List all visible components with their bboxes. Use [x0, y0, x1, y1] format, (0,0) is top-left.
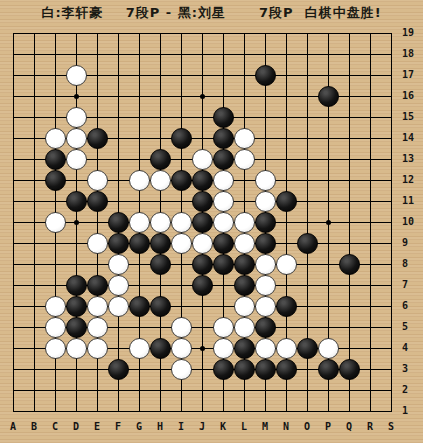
black-stone [213, 128, 234, 149]
white-stone [66, 128, 87, 149]
black-stone [171, 170, 192, 191]
white-stone [87, 317, 108, 338]
black-stone [192, 275, 213, 296]
white-stone [45, 338, 66, 359]
black-stone [66, 317, 87, 338]
black-stone [108, 212, 129, 233]
black-stone [192, 254, 213, 275]
star-point [326, 220, 331, 225]
white-stone [171, 212, 192, 233]
white-stone [255, 338, 276, 359]
black-stone [129, 296, 150, 317]
black-stone [45, 170, 66, 191]
white-stone [213, 191, 234, 212]
white-stone [171, 359, 192, 380]
white-stone [318, 338, 339, 359]
column-label: Q [339, 421, 360, 432]
row-label: 8 [402, 258, 422, 270]
white-stone [171, 233, 192, 254]
row-label: 5 [402, 321, 422, 333]
white-stone [45, 296, 66, 317]
row-label: 7 [402, 279, 422, 291]
black-stone [87, 128, 108, 149]
black-stone [213, 254, 234, 275]
white-stone [255, 254, 276, 275]
black-stone [318, 359, 339, 380]
row-label: 14 [402, 132, 422, 144]
black-stone [276, 359, 297, 380]
black-stone [150, 254, 171, 275]
column-label: C [45, 421, 66, 432]
row-label: 16 [402, 90, 422, 102]
black-stone [150, 149, 171, 170]
white-stone [234, 128, 255, 149]
column-label: P [318, 421, 339, 432]
white-stone [87, 170, 108, 191]
black-stone [339, 254, 360, 275]
column-label: M [255, 421, 276, 432]
white-stone [213, 170, 234, 191]
white-stone [171, 317, 192, 338]
black-stone [108, 359, 129, 380]
black-stone [192, 191, 213, 212]
white-stone [276, 254, 297, 275]
white-stone [192, 149, 213, 170]
white-stone [213, 338, 234, 359]
black-stone [255, 212, 276, 233]
black-stone [66, 191, 87, 212]
black-stone [150, 233, 171, 254]
black-stone [297, 338, 318, 359]
black-stone [192, 170, 213, 191]
row-label: 17 [402, 69, 422, 81]
white-stone [150, 212, 171, 233]
white-stone [66, 338, 87, 359]
white-stone [192, 233, 213, 254]
white-stone [108, 275, 129, 296]
black-stone [339, 359, 360, 380]
column-label: F [108, 421, 129, 432]
black-stone [108, 233, 129, 254]
go-game-viewer: 白:李轩豪 7段P - 黑:刘星 7段P 白棋中盘胜! ABCDEFGHIJKL… [0, 0, 423, 443]
column-label: B [24, 421, 45, 432]
row-label: 11 [402, 195, 422, 207]
column-label: D [66, 421, 87, 432]
white-stone [45, 212, 66, 233]
column-label: N [276, 421, 297, 432]
star-point [74, 94, 79, 99]
column-label: H [150, 421, 171, 432]
black-stone [234, 338, 255, 359]
black-stone [45, 149, 66, 170]
black-stone [276, 191, 297, 212]
row-label: 3 [402, 363, 422, 375]
game-info-header: 白:李轩豪 7段P - 黑:刘星 7段P 白棋中盘胜! [0, 4, 423, 22]
black-stone [87, 191, 108, 212]
black-stone [213, 233, 234, 254]
column-label: R [360, 421, 381, 432]
white-stone [129, 338, 150, 359]
white-stone [234, 149, 255, 170]
black-stone [213, 149, 234, 170]
star-point [200, 94, 205, 99]
black-stone [255, 233, 276, 254]
black-stone [234, 359, 255, 380]
column-label: L [234, 421, 255, 432]
black-stone [192, 212, 213, 233]
column-label: O [297, 421, 318, 432]
row-label: 18 [402, 48, 422, 60]
column-label: G [129, 421, 150, 432]
column-label: A [3, 421, 24, 432]
black-stone [255, 65, 276, 86]
white-stone [150, 170, 171, 191]
white-stone [255, 296, 276, 317]
column-label: K [213, 421, 234, 432]
white-stone [234, 296, 255, 317]
white-stone [45, 317, 66, 338]
star-point [74, 220, 79, 225]
row-label: 4 [402, 342, 422, 354]
white-stone [129, 212, 150, 233]
black-stone [276, 296, 297, 317]
white-stone [66, 149, 87, 170]
row-label: 9 [402, 237, 422, 249]
black-stone [150, 296, 171, 317]
black-stone [297, 233, 318, 254]
white-stone [66, 107, 87, 128]
white-stone [108, 296, 129, 317]
row-label: 10 [402, 216, 422, 228]
white-stone [171, 338, 192, 359]
black-stone [87, 275, 108, 296]
black-stone [66, 296, 87, 317]
black-stone [213, 359, 234, 380]
white-stone [87, 338, 108, 359]
white-stone [234, 233, 255, 254]
white-stone [255, 170, 276, 191]
black-stone [171, 128, 192, 149]
white-stone [45, 128, 66, 149]
row-label: 15 [402, 111, 422, 123]
black-stone [255, 317, 276, 338]
row-label: 2 [402, 384, 422, 396]
white-stone [87, 233, 108, 254]
black-stone [234, 275, 255, 296]
white-stone [87, 296, 108, 317]
column-label: J [192, 421, 213, 432]
white-stone [234, 212, 255, 233]
black-stone [66, 275, 87, 296]
white-stone [66, 65, 87, 86]
white-stone [129, 170, 150, 191]
black-stone [318, 86, 339, 107]
white-stone [213, 317, 234, 338]
white-stone [108, 254, 129, 275]
column-label: E [87, 421, 108, 432]
white-stone [234, 317, 255, 338]
row-label: 1 [402, 405, 422, 417]
row-label: 12 [402, 174, 422, 186]
black-stone [255, 359, 276, 380]
column-label: I [171, 421, 192, 432]
black-stone [213, 107, 234, 128]
black-stone [234, 254, 255, 275]
black-stone [129, 233, 150, 254]
black-stone [150, 338, 171, 359]
column-label: S [381, 421, 402, 432]
row-label: 6 [402, 300, 422, 312]
row-label: 13 [402, 153, 422, 165]
star-point [200, 346, 205, 351]
row-label: 19 [402, 27, 422, 39]
white-stone [276, 338, 297, 359]
white-stone [255, 191, 276, 212]
white-stone [255, 275, 276, 296]
white-stone [213, 212, 234, 233]
